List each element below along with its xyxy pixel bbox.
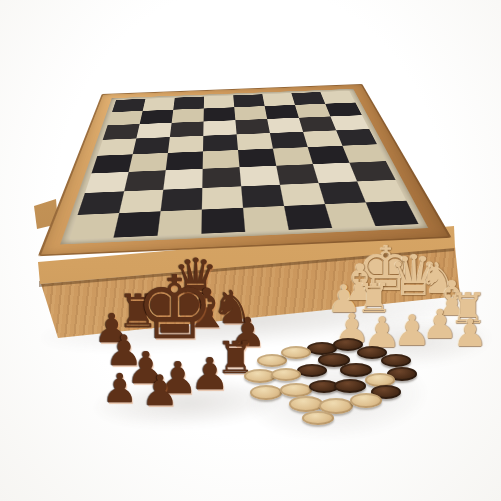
square-h4 bbox=[342, 144, 385, 162]
square-b2 bbox=[119, 190, 163, 213]
square-d1 bbox=[201, 208, 245, 234]
square-f2 bbox=[280, 183, 325, 206]
dark-chess-pieces-pawn: ♟ bbox=[141, 370, 179, 412]
square-h1 bbox=[366, 201, 419, 226]
checker-disc-dark bbox=[334, 379, 366, 393]
square-f3 bbox=[276, 164, 318, 185]
square-f1 bbox=[284, 204, 332, 230]
square-e5 bbox=[237, 133, 273, 150]
square-d5 bbox=[203, 134, 238, 151]
dark-chess-pieces-king: ♚ bbox=[136, 264, 215, 352]
dark-chess-pieces-pawn: ♟ bbox=[102, 368, 138, 408]
square-e1 bbox=[243, 206, 289, 232]
square-f6 bbox=[267, 118, 303, 133]
square-h3 bbox=[349, 161, 395, 181]
board-margin bbox=[60, 89, 428, 245]
square-b3 bbox=[124, 170, 166, 191]
square-d6 bbox=[203, 120, 236, 136]
checker-disc-light bbox=[281, 346, 311, 359]
checker-disc-light bbox=[289, 396, 323, 412]
checker-disc-light bbox=[350, 393, 382, 408]
checker-disc-light bbox=[271, 368, 301, 381]
square-a6 bbox=[103, 124, 140, 140]
square-h5 bbox=[336, 129, 377, 146]
square-f5 bbox=[270, 132, 308, 149]
square-a2 bbox=[78, 191, 125, 215]
board-frame bbox=[38, 84, 452, 256]
square-c6 bbox=[170, 121, 204, 137]
checker-disc-light bbox=[250, 385, 282, 400]
square-d7 bbox=[204, 107, 236, 121]
checker-disc-light bbox=[280, 383, 312, 397]
square-a1 bbox=[69, 213, 119, 239]
square-c2 bbox=[161, 188, 203, 211]
square-b1 bbox=[114, 211, 161, 237]
square-a3 bbox=[85, 172, 129, 193]
checkerboard-grid bbox=[69, 91, 418, 240]
square-e3 bbox=[240, 166, 280, 187]
square-c7 bbox=[172, 108, 204, 122]
square-a5 bbox=[97, 138, 136, 155]
square-h6 bbox=[330, 115, 369, 130]
square-h7 bbox=[325, 103, 362, 117]
square-d3 bbox=[202, 167, 241, 188]
square-b4 bbox=[129, 153, 168, 172]
square-e7 bbox=[234, 106, 267, 120]
square-d2 bbox=[202, 186, 243, 209]
square-b5 bbox=[133, 137, 170, 154]
checker-disc-light bbox=[302, 411, 334, 425]
square-d4 bbox=[203, 150, 240, 169]
product-photo-chess-checkers-set: ♛♟♜♞♝♚♟♟♜♟♟♟♟♟♟♚♛♝♞♜♝♜♟♟♟♟♟ bbox=[0, 0, 501, 501]
square-e4 bbox=[238, 149, 276, 168]
square-c4 bbox=[166, 151, 203, 170]
square-c5 bbox=[168, 136, 203, 153]
checker-disc-dark bbox=[297, 364, 327, 377]
square-h2 bbox=[357, 180, 406, 203]
square-e6 bbox=[235, 119, 269, 134]
square-c3 bbox=[163, 169, 202, 190]
square-f7 bbox=[265, 105, 299, 119]
square-f4 bbox=[273, 147, 313, 166]
square-a4 bbox=[91, 154, 132, 173]
light-chess-pieces-pawn: ♟ bbox=[453, 314, 487, 352]
square-c1 bbox=[158, 210, 202, 236]
square-e2 bbox=[241, 185, 284, 208]
checker-disc-dark bbox=[381, 354, 411, 367]
square-b6 bbox=[136, 123, 171, 139]
